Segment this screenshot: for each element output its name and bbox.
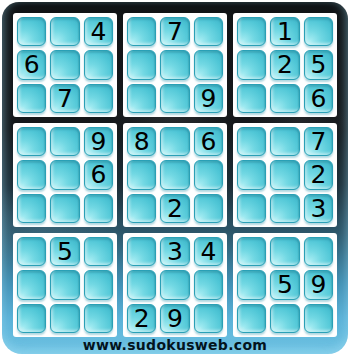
cell-r7c5[interactable]: 3 bbox=[160, 237, 189, 266]
cell-r8c6[interactable] bbox=[194, 270, 223, 299]
cell-r2c7[interactable] bbox=[237, 50, 266, 79]
cell-r7c2[interactable]: 5 bbox=[50, 237, 79, 266]
cell-r6c1[interactable] bbox=[17, 194, 46, 223]
cell-r1c9[interactable] bbox=[304, 17, 333, 46]
cell-r6c3[interactable] bbox=[84, 194, 113, 223]
cell-r1c6[interactable] bbox=[194, 17, 223, 46]
cell-r7c9[interactable] bbox=[304, 237, 333, 266]
cell-r9c1[interactable] bbox=[17, 304, 46, 333]
cell-r6c6[interactable] bbox=[194, 194, 223, 223]
cell-r1c7[interactable] bbox=[237, 17, 266, 46]
cell-r8c2[interactable] bbox=[50, 270, 79, 299]
cell-r4c5[interactable] bbox=[160, 127, 189, 156]
box-1-1: 467 bbox=[13, 13, 117, 117]
cell-r4c2[interactable] bbox=[50, 127, 79, 156]
cell-r7c8[interactable] bbox=[270, 237, 299, 266]
cell-r4c4[interactable]: 8 bbox=[127, 127, 156, 156]
box-2-2: 862 bbox=[123, 123, 227, 227]
cell-r3c8[interactable] bbox=[270, 84, 299, 113]
cell-r7c1[interactable] bbox=[17, 237, 46, 266]
cell-r3c2[interactable]: 7 bbox=[50, 84, 79, 113]
cell-r3c1[interactable] bbox=[17, 84, 46, 113]
cell-r6c5[interactable]: 2 bbox=[160, 194, 189, 223]
box-3-2: 3429 bbox=[123, 233, 227, 337]
cell-r9c2[interactable] bbox=[50, 304, 79, 333]
cell-r6c8[interactable] bbox=[270, 194, 299, 223]
cell-r5c8[interactable] bbox=[270, 160, 299, 189]
cell-r2c6[interactable] bbox=[194, 50, 223, 79]
box-1-2: 79 bbox=[123, 13, 227, 117]
cell-r5c6[interactable] bbox=[194, 160, 223, 189]
cell-r9c5[interactable]: 9 bbox=[160, 304, 189, 333]
cell-r2c4[interactable] bbox=[127, 50, 156, 79]
cell-r4c6[interactable]: 6 bbox=[194, 127, 223, 156]
cell-r4c9[interactable]: 7 bbox=[304, 127, 333, 156]
cell-r3c3[interactable] bbox=[84, 84, 113, 113]
cell-r8c8[interactable]: 5 bbox=[270, 270, 299, 299]
box-2-3: 723 bbox=[233, 123, 337, 227]
box-1-3: 1256 bbox=[233, 13, 337, 117]
cell-r7c6[interactable]: 4 bbox=[194, 237, 223, 266]
cell-r6c7[interactable] bbox=[237, 194, 266, 223]
cell-r3c9[interactable]: 6 bbox=[304, 84, 333, 113]
cell-r9c7[interactable] bbox=[237, 304, 266, 333]
cell-r7c7[interactable] bbox=[237, 237, 266, 266]
cell-r9c8[interactable] bbox=[270, 304, 299, 333]
cell-r5c1[interactable] bbox=[17, 160, 46, 189]
cell-r9c3[interactable] bbox=[84, 304, 113, 333]
cell-r2c8[interactable]: 2 bbox=[270, 50, 299, 79]
cell-r4c7[interactable] bbox=[237, 127, 266, 156]
cell-r5c3[interactable]: 6 bbox=[84, 160, 113, 189]
cell-r5c2[interactable] bbox=[50, 160, 79, 189]
cell-r6c2[interactable] bbox=[50, 194, 79, 223]
box-2-1: 96 bbox=[13, 123, 117, 227]
box-3-1: 5 bbox=[13, 233, 117, 337]
cell-r3c5[interactable] bbox=[160, 84, 189, 113]
page: 467791256968627235342959 www.sudokusweb.… bbox=[0, 0, 350, 360]
cell-r1c8[interactable]: 1 bbox=[270, 17, 299, 46]
cell-r9c6[interactable] bbox=[194, 304, 223, 333]
cell-r9c9[interactable] bbox=[304, 304, 333, 333]
cell-r6c9[interactable]: 3 bbox=[304, 194, 333, 223]
website-url: www.sudokusweb.com bbox=[83, 337, 267, 353]
cell-r2c5[interactable] bbox=[160, 50, 189, 79]
cell-r3c7[interactable] bbox=[237, 84, 266, 113]
sudoku-grid: 467791256968627235342959 bbox=[13, 13, 337, 337]
cell-r4c8[interactable] bbox=[270, 127, 299, 156]
cell-r7c3[interactable] bbox=[84, 237, 113, 266]
footer: www.sudokusweb.com bbox=[0, 336, 350, 353]
cell-r1c1[interactable] bbox=[17, 17, 46, 46]
cell-r8c7[interactable] bbox=[237, 270, 266, 299]
cell-r5c9[interactable]: 2 bbox=[304, 160, 333, 189]
cell-r2c3[interactable] bbox=[84, 50, 113, 79]
cell-r1c5[interactable]: 7 bbox=[160, 17, 189, 46]
cell-r2c9[interactable]: 5 bbox=[304, 50, 333, 79]
cell-r8c5[interactable] bbox=[160, 270, 189, 299]
cell-r1c2[interactable] bbox=[50, 17, 79, 46]
cell-r4c1[interactable] bbox=[17, 127, 46, 156]
cell-r8c3[interactable] bbox=[84, 270, 113, 299]
cell-r3c4[interactable] bbox=[127, 84, 156, 113]
cell-r8c9[interactable]: 9 bbox=[304, 270, 333, 299]
cell-r5c5[interactable] bbox=[160, 160, 189, 189]
box-3-3: 59 bbox=[233, 233, 337, 337]
cell-r5c7[interactable] bbox=[237, 160, 266, 189]
cell-r2c2[interactable] bbox=[50, 50, 79, 79]
cell-r1c3[interactable]: 4 bbox=[84, 17, 113, 46]
cell-r8c1[interactable] bbox=[17, 270, 46, 299]
cell-r5c4[interactable] bbox=[127, 160, 156, 189]
cell-r6c4[interactable] bbox=[127, 194, 156, 223]
cell-r1c4[interactable] bbox=[127, 17, 156, 46]
cell-r3c6[interactable]: 9 bbox=[194, 84, 223, 113]
cell-r2c1[interactable]: 6 bbox=[17, 50, 46, 79]
cell-r9c4[interactable]: 2 bbox=[127, 304, 156, 333]
cell-r4c3[interactable]: 9 bbox=[84, 127, 113, 156]
cell-r7c4[interactable] bbox=[127, 237, 156, 266]
cell-r8c4[interactable] bbox=[127, 270, 156, 299]
